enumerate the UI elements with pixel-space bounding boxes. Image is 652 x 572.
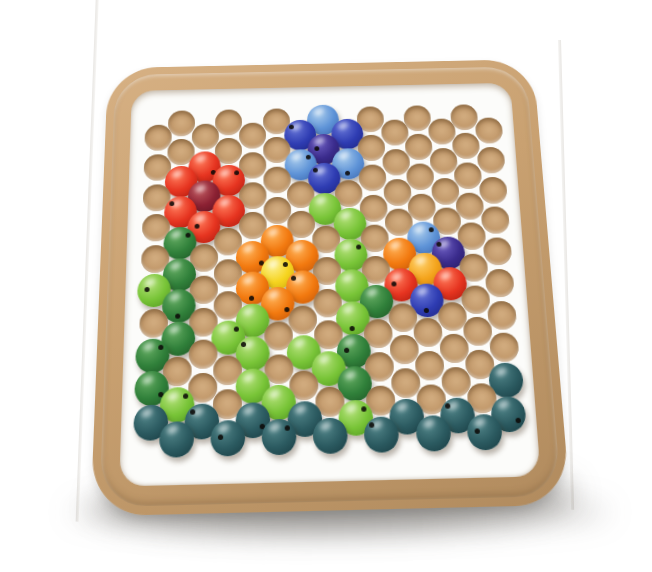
bead-highlight	[242, 372, 255, 383]
bead-highlight	[267, 258, 279, 269]
bead-dark-teal[interactable]	[415, 415, 451, 452]
bead-highlight	[422, 418, 435, 430]
bead-highlight	[395, 402, 408, 414]
bead-highlight	[142, 341, 155, 352]
bead-highlight	[497, 399, 510, 411]
board-hole[interactable]	[483, 237, 513, 265]
board-hole[interactable]	[380, 120, 408, 146]
board-hole[interactable]	[358, 164, 386, 191]
board-hole[interactable]	[439, 334, 469, 364]
bead-threading-hole	[185, 233, 190, 238]
bead-threading-hole	[344, 347, 349, 352]
bead-threading-hole	[289, 124, 294, 129]
bead-highlight	[144, 277, 156, 288]
bead-threading-hole	[234, 171, 239, 176]
bead-threading-hole	[349, 326, 354, 331]
board-hole[interactable]	[429, 148, 458, 175]
board-hole[interactable]	[452, 133, 481, 160]
bead-highlight	[141, 374, 154, 385]
bead-highlight	[195, 153, 207, 163]
bead-highlight	[337, 121, 349, 131]
board-hole[interactable]	[263, 196, 291, 224]
board-hole[interactable]	[215, 109, 242, 135]
bead-highlight	[165, 424, 178, 436]
board-hole[interactable]	[415, 351, 445, 381]
bead-threading-hole	[428, 227, 433, 232]
bead-threading-hole	[391, 282, 396, 287]
bead-highlight	[292, 338, 305, 349]
bead-threading-hole	[285, 425, 290, 431]
board-hole[interactable]	[479, 177, 508, 204]
bead-threading-hole	[345, 170, 350, 175]
board-hole[interactable]	[239, 123, 266, 149]
bead-highlight	[344, 403, 357, 415]
bead-highlight	[242, 275, 255, 286]
bead-highlight	[194, 183, 206, 193]
board-hole[interactable]	[405, 134, 433, 161]
bead-highlight	[313, 107, 325, 117]
bead-highlight	[242, 243, 254, 254]
bead-highlight	[293, 404, 306, 416]
bead-threading-hole	[305, 154, 310, 159]
bead-threading-hole	[195, 224, 200, 229]
bead-highlight	[242, 306, 255, 317]
board-hole[interactable]	[441, 367, 471, 397]
board-hole[interactable]	[489, 333, 520, 363]
photo-backdrop	[0, 0, 652, 572]
bead-dark-teal[interactable]	[262, 419, 297, 456]
board-hole[interactable]	[188, 340, 217, 370]
bead-threading-hole	[249, 296, 254, 301]
bead-dark-teal[interactable]	[210, 420, 245, 457]
bead-highlight	[340, 241, 352, 252]
bead-threading-hole	[144, 287, 149, 292]
bead-highlight	[169, 229, 181, 240]
bead-highlight	[166, 390, 179, 402]
bead-highlight	[290, 151, 302, 161]
bead-highlight	[218, 168, 230, 178]
bead-threading-hole	[516, 418, 522, 424]
bead-highlight	[319, 421, 332, 433]
bead-highlight	[217, 423, 230, 435]
board-hole[interactable]	[481, 207, 510, 235]
bead-highlight	[242, 405, 255, 417]
board-hole[interactable]	[383, 179, 412, 206]
board-hole[interactable]	[382, 149, 410, 176]
bead-highlight	[339, 210, 351, 220]
bead-highlight	[217, 323, 230, 334]
bead-highlight	[291, 242, 303, 253]
board-hole[interactable]	[388, 303, 418, 332]
bead-highlight	[218, 198, 230, 208]
board-hole[interactable]	[450, 104, 478, 130]
bead-threading-hole	[158, 344, 163, 349]
board-hole[interactable]	[406, 163, 435, 190]
bead-highlight	[414, 255, 427, 266]
bead-threading-hole	[175, 314, 180, 319]
bead-highlight	[338, 150, 350, 160]
bead-highlight	[268, 388, 281, 400]
bead-highlight	[169, 261, 181, 272]
bead-highlight	[267, 227, 279, 238]
bead-threading-hole	[183, 394, 188, 399]
bead-highlight	[194, 214, 206, 224]
board-hole[interactable]	[390, 368, 420, 398]
bead-highlight	[343, 337, 356, 348]
board-hole[interactable]	[168, 110, 195, 136]
bead-highlight	[167, 324, 180, 335]
bead-highlight	[412, 224, 424, 235]
board-hole[interactable]	[288, 305, 317, 334]
bead-highlight	[168, 292, 181, 303]
board-hole[interactable]	[263, 166, 291, 193]
bead-threading-hole	[284, 307, 289, 312]
bead-highlight	[366, 288, 379, 299]
bead-highlight	[315, 196, 327, 206]
bead-highlight	[342, 304, 355, 315]
bead-highlight	[415, 287, 428, 298]
bead-threading-hole	[356, 244, 361, 249]
bead-highlight	[439, 270, 452, 281]
bead-dark-teal[interactable]	[159, 421, 194, 458]
bead-highlight	[343, 370, 356, 381]
bead-threading-hole	[315, 146, 320, 151]
bead-highlight	[390, 271, 403, 282]
bead-threading-hole	[234, 326, 239, 331]
bead-highlight	[389, 240, 402, 251]
board-hole[interactable]	[485, 269, 515, 298]
bead-threading-hole	[423, 308, 428, 313]
board-field	[119, 83, 541, 487]
board-hole[interactable]	[475, 118, 504, 144]
bead-highlight	[495, 366, 508, 377]
bead-highlight	[171, 169, 183, 179]
board-hole[interactable]	[454, 162, 483, 189]
board-hole[interactable]	[389, 335, 419, 365]
bead-threading-hole	[283, 261, 288, 266]
board-hole[interactable]	[487, 300, 517, 329]
board-hole[interactable]	[431, 178, 460, 205]
bead-highlight	[318, 354, 331, 365]
bead-dark-teal[interactable]	[313, 417, 348, 454]
bead-threading-hole	[474, 428, 480, 434]
board-hole[interactable]	[413, 318, 443, 347]
bead-highlight	[268, 422, 281, 434]
bead-highlight	[267, 290, 280, 301]
board-hole[interactable]	[407, 193, 436, 220]
bead-threading-hole	[169, 201, 174, 206]
bead-highlight	[140, 408, 153, 420]
board-hole[interactable]	[477, 147, 506, 174]
bead-threading-hole	[361, 406, 366, 411]
board-hole[interactable]	[403, 105, 431, 131]
bead-highlight	[341, 272, 354, 283]
board-hole[interactable]	[428, 119, 456, 145]
bead-threading-hole	[437, 241, 442, 246]
board-hole[interactable]	[191, 124, 218, 150]
bead-threading-hole	[218, 434, 223, 440]
bead-highlight	[473, 417, 486, 429]
bead-highlight	[313, 136, 325, 146]
mosaic-board	[90, 59, 570, 516]
